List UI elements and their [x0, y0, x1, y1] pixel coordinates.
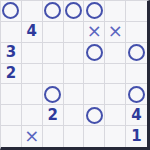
cell-4-5[interactable]: [105, 84, 126, 105]
cell-3-5[interactable]: [105, 64, 126, 85]
cell-0-2[interactable]: [43, 1, 64, 22]
circle-mark: [128, 86, 145, 103]
cell-3-1[interactable]: [22, 64, 43, 85]
clue-number: 3: [6, 45, 16, 60]
cell-0-5[interactable]: [105, 1, 126, 22]
circle-mark: [86, 107, 103, 124]
clue-number: 1: [131, 129, 141, 144]
circle-mark: [65, 2, 82, 19]
cell-2-3[interactable]: [64, 43, 85, 64]
cell-2-4[interactable]: [84, 43, 105, 64]
cell-2-0: 3: [1, 43, 22, 64]
cell-1-1: 4: [22, 22, 43, 43]
clue-number: 4: [131, 108, 141, 123]
circle-mark: [86, 2, 103, 19]
cell-1-3[interactable]: [64, 22, 85, 43]
cell-3-0: 2: [1, 64, 22, 85]
cell-0-1[interactable]: [22, 1, 43, 22]
cell-2-6[interactable]: [126, 43, 147, 64]
circle-mark: [44, 2, 61, 19]
cell-1-5[interactable]: ×: [105, 22, 126, 43]
cell-4-6[interactable]: [126, 84, 147, 105]
cell-1-6[interactable]: [126, 22, 147, 43]
cell-6-5[interactable]: [105, 126, 126, 147]
cell-2-1[interactable]: [22, 43, 43, 64]
circle-mark: [2, 2, 19, 19]
cell-0-6[interactable]: [126, 1, 147, 22]
cell-0-4[interactable]: [84, 1, 105, 22]
x-mark: ×: [87, 22, 102, 40]
cell-5-2: 2: [43, 105, 64, 126]
cell-4-0[interactable]: [1, 84, 22, 105]
cell-4-4[interactable]: [84, 84, 105, 105]
cell-3-4[interactable]: [84, 64, 105, 85]
cell-0-0[interactable]: [1, 1, 22, 22]
circle-mark: [86, 44, 103, 61]
cell-5-5[interactable]: [105, 105, 126, 126]
cell-5-3[interactable]: [64, 105, 85, 126]
circle-mark: [128, 44, 145, 61]
cell-1-4[interactable]: ×: [84, 22, 105, 43]
cell-4-2[interactable]: [43, 84, 64, 105]
puzzle-board: 4××3224×1: [0, 0, 150, 150]
cell-6-3[interactable]: [64, 126, 85, 147]
cell-6-2[interactable]: [43, 126, 64, 147]
cell-0-3[interactable]: [64, 1, 85, 22]
cell-1-2[interactable]: [43, 22, 64, 43]
cell-5-6: 4: [126, 105, 147, 126]
cell-5-4[interactable]: [84, 105, 105, 126]
cell-3-2[interactable]: [43, 64, 64, 85]
cell-6-1[interactable]: ×: [22, 126, 43, 147]
circle-mark: [44, 86, 61, 103]
cell-3-3[interactable]: [64, 64, 85, 85]
cell-4-3[interactable]: [64, 84, 85, 105]
clue-number: 4: [27, 24, 37, 39]
cell-6-4[interactable]: [84, 126, 105, 147]
x-mark: ×: [24, 127, 39, 145]
cell-5-0[interactable]: [1, 105, 22, 126]
cell-6-6: 1: [126, 126, 147, 147]
cell-2-2[interactable]: [43, 43, 64, 64]
cell-3-6[interactable]: [126, 64, 147, 85]
cell-6-0[interactable]: [1, 126, 22, 147]
cell-2-5[interactable]: [105, 43, 126, 64]
clue-number: 2: [6, 66, 16, 81]
clue-number: 2: [47, 108, 57, 123]
x-mark: ×: [108, 22, 123, 40]
cell-4-1[interactable]: [22, 84, 43, 105]
cell-5-1[interactable]: [22, 105, 43, 126]
cell-1-0[interactable]: [1, 22, 22, 43]
